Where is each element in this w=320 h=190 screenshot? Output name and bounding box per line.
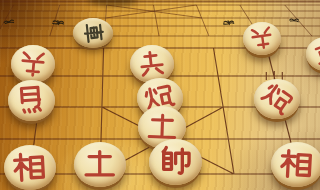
soldier-character-glyph [247, 24, 277, 51]
cannon-character-glyph [255, 78, 299, 121]
piece-red-elephant[interactable] [4, 145, 56, 190]
soldier-character-glyph [16, 49, 50, 79]
general-character-glyph [156, 145, 194, 178]
cannon-character-glyph [277, 16, 314, 34]
piece-red-advisor[interactable] [74, 142, 126, 187]
piece-black-cannon[interactable] [278, 18, 314, 33]
cannon-character-glyph [0, 17, 30, 36]
soldier-character-glyph [135, 49, 169, 80]
chariot-character-glyph [81, 18, 105, 49]
piece-red-soldier[interactable] [130, 45, 174, 83]
xiangqi-board-photo[interactable] [0, 0, 320, 190]
piece-red-cannon[interactable] [254, 79, 300, 119]
advisor-character-glyph [144, 111, 180, 142]
piece-red-soldier[interactable] [11, 45, 55, 83]
piece-black-cannon[interactable] [0, 19, 29, 35]
piece-red-general[interactable] [149, 139, 202, 185]
piece-red-elephant[interactable] [271, 142, 320, 187]
advisor-character-glyph [81, 148, 118, 180]
piece-black-chariot[interactable] [73, 18, 113, 48]
elephant-character-glyph [277, 147, 316, 181]
piece-red-soldier[interactable] [243, 22, 281, 55]
elephant-character-glyph [10, 150, 49, 184]
horse-character-glyph [13, 84, 49, 116]
piece-red-horse[interactable] [8, 80, 55, 121]
